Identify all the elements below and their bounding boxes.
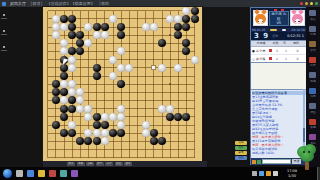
status-icon	[269, 57, 272, 60]
white-stone	[60, 80, 68, 88]
white-stone	[84, 129, 92, 137]
white-stone	[174, 15, 182, 23]
quick-chip[interactable]: 快捷	[235, 141, 247, 145]
white-stone	[117, 113, 125, 121]
taskbar-app-icon[interactable]	[49, 170, 56, 177]
商城-icon[interactable]	[309, 72, 316, 78]
quick-chip[interactable]: 设置	[235, 156, 247, 160]
menu-item-lobby[interactable]: 对局大厅	[10, 0, 26, 7]
black-stone	[76, 47, 84, 55]
black-stone	[182, 113, 190, 121]
strip-icon-label: 好友	[306, 63, 320, 67]
white-player-avatar[interactable]	[290, 10, 305, 26]
taskbar-app-icon[interactable]	[60, 170, 67, 177]
black-stone	[52, 121, 60, 129]
black-stone	[150, 137, 158, 145]
black-stone	[52, 80, 60, 88]
menu-item-kifu[interactable]: │棋谱│	[30, 0, 43, 7]
match-info-box: 龙小虎 九段 VS 弈小狐 九段	[269, 11, 289, 26]
white-stone	[101, 129, 109, 137]
black-stone	[182, 15, 190, 23]
board-button-认输[interactable]: 认输	[86, 162, 94, 166]
white-stone	[52, 23, 60, 31]
menu-bar: 对局大厅 │棋谱│ 【在线对弈】【棋盘设置】 │帮助	[0, 0, 320, 7]
desktop-icon[interactable]	[3, 14, 5, 16]
move-info-table: 对局者手数目用时 ● 龙小虎310○ 弈小狐210	[251, 40, 306, 63]
white-stone	[68, 56, 76, 64]
black-stone	[174, 23, 182, 31]
star-point	[169, 83, 171, 85]
black-stone	[109, 129, 117, 137]
emoticon-button[interactable]	[252, 160, 256, 164]
black-stone	[60, 15, 68, 23]
black-stone	[93, 121, 101, 129]
black-stone	[182, 23, 190, 31]
window-controls[interactable]	[300, 2, 318, 5]
fox-eye-icon	[262, 21, 263, 22]
black-stone	[166, 113, 174, 121]
mouse-cursor-icon	[62, 58, 68, 66]
fox-face-icon	[255, 14, 266, 25]
white-stone	[68, 64, 76, 72]
taskbar-app-icon[interactable]	[27, 170, 34, 177]
设置-icon[interactable]	[309, 103, 316, 109]
go-board[interactable]	[43, 7, 202, 161]
countdown-label: 读秒	[272, 34, 278, 38]
table-body: ● 龙小虎310○ 弈小狐210	[251, 47, 306, 63]
window-dot-icon[interactable]	[305, 2, 308, 5]
strip-icon-label: 首页	[306, 17, 320, 21]
black-stone	[117, 23, 125, 31]
status-icon	[269, 49, 272, 52]
star-point	[169, 34, 171, 36]
voice-button[interactable]	[257, 160, 261, 164]
board-button-设置[interactable]: 设置	[115, 162, 123, 166]
white-stone	[142, 23, 150, 31]
white-stone	[84, 105, 92, 113]
black-stone	[76, 137, 84, 145]
table-cell: 0	[291, 49, 305, 53]
strip-icon-label: 客服	[306, 125, 320, 129]
客服-icon[interactable]	[309, 119, 316, 125]
black-stone	[117, 80, 125, 88]
white-stone	[52, 15, 60, 23]
strip-icon-label: 设置	[306, 110, 320, 114]
black-stone	[68, 23, 76, 31]
desktop-icon[interactable]	[3, 30, 5, 32]
black-stone	[60, 129, 68, 137]
black-stone	[93, 72, 101, 80]
table-col-header: 手数	[271, 41, 280, 46]
fox-eye-icon	[295, 21, 296, 22]
grid-line-v	[129, 11, 130, 158]
window-dot-icon[interactable]	[300, 2, 303, 5]
grid-line-v	[186, 11, 187, 158]
grid-line-v	[162, 11, 163, 158]
black-stone	[93, 23, 101, 31]
black-stone	[60, 105, 68, 113]
black-stone	[182, 47, 190, 55]
black-stone	[76, 39, 84, 47]
clock-date: 1/30	[281, 174, 303, 179]
black-stone	[101, 23, 109, 31]
grid-line-h	[48, 157, 195, 158]
fox-eye-icon	[298, 21, 299, 22]
black-stone	[191, 7, 199, 15]
white-stone	[68, 121, 76, 129]
table-cell: 1	[282, 57, 291, 61]
desktop-icon[interactable]	[3, 46, 5, 48]
white-stone	[142, 121, 150, 129]
消息-icon[interactable]	[309, 88, 316, 94]
tray-icon[interactable]	[273, 171, 278, 176]
white-stone	[60, 23, 68, 31]
table-cell: 2	[273, 57, 282, 61]
black-stone	[68, 96, 76, 104]
black-stone	[93, 137, 101, 145]
white-stone	[191, 56, 199, 64]
black-player-avatar[interactable]	[253, 10, 268, 26]
black-stone	[158, 137, 166, 145]
black-stone	[150, 129, 158, 137]
countdown-row: 3 9 读秒 0:12:31 1	[251, 32, 306, 40]
black-stone	[52, 96, 60, 104]
player-name-cell: ○ 弈小狐	[251, 57, 269, 61]
desktop-icon-label	[1, 34, 7, 35]
white-stone	[60, 39, 68, 47]
tray-icon[interactable]	[252, 171, 257, 176]
white-stone	[76, 105, 84, 113]
退出-icon[interactable]	[309, 134, 316, 140]
strip-icon-label: 消息	[306, 94, 320, 98]
white-stone	[150, 23, 158, 31]
players-header: 龙小虎 九段 VS 弈小狐 九段	[251, 8, 306, 28]
table-col-header: 用时	[289, 41, 303, 46]
quick-chip[interactable]: 语音	[235, 146, 247, 150]
white-stone	[158, 105, 166, 113]
black-stone	[76, 31, 84, 39]
desktop-icon-label	[1, 18, 7, 19]
byoyomi-pill-icon	[270, 29, 277, 32]
grid-line-v	[194, 11, 195, 158]
white-stone	[84, 39, 92, 47]
black-stone	[158, 39, 166, 47]
taskbar: 17:09 1/30	[0, 167, 320, 180]
棋谱-icon[interactable]	[309, 41, 316, 47]
last-move-marker	[152, 66, 156, 70]
首页-icon[interactable]	[309, 10, 316, 16]
black-stone	[52, 88, 60, 96]
black-stone	[117, 129, 125, 137]
black-stone	[117, 31, 125, 39]
black-stone	[84, 137, 92, 145]
black-stone	[68, 31, 76, 39]
white-stone	[182, 7, 190, 15]
taskbar-app-icon[interactable]	[38, 170, 45, 177]
countdown-seconds: 3 9	[254, 32, 269, 40]
black-stone	[60, 88, 68, 96]
white-stone	[84, 113, 92, 121]
white-stone	[109, 72, 117, 80]
white-stone	[68, 80, 76, 88]
black-stone	[68, 15, 76, 23]
black-stone	[93, 64, 101, 72]
grid-line-h	[48, 141, 195, 142]
white-stone	[84, 23, 92, 31]
taskbar-app-icon[interactable]	[71, 170, 78, 177]
black-stone	[68, 129, 76, 137]
board-button-保存[interactable]: 保存	[105, 162, 113, 166]
tree-mascot-icon	[295, 142, 319, 172]
quick-chip[interactable]: 表情	[235, 151, 247, 155]
screen: 对局大厅 │棋谱│ 【在线对弈】【棋盘设置】 │帮助 数子悔棋认输暂停保存设置退…	[0, 0, 320, 180]
menu-item-help[interactable]: │帮助	[99, 0, 109, 7]
white-stone	[117, 121, 125, 129]
white-stone	[109, 56, 117, 64]
table-col-header: 目	[280, 41, 289, 46]
white-stone	[93, 31, 101, 39]
white-stone	[52, 31, 60, 39]
white-stone	[117, 64, 125, 72]
white-stone	[142, 129, 150, 137]
white-stone	[117, 105, 125, 113]
table-cell: 0	[291, 57, 305, 61]
white-stone	[109, 15, 117, 23]
table-col-header: 对局者	[251, 41, 271, 46]
white-stone	[166, 15, 174, 23]
white-stone	[101, 137, 109, 145]
black-player-name: 龙小虎 九段	[270, 12, 288, 21]
white-stone	[76, 88, 84, 96]
board-button-数子[interactable]: 数子	[67, 162, 75, 166]
white-stone	[93, 129, 101, 137]
white-stone	[117, 47, 125, 55]
white-stone	[60, 47, 68, 55]
white-stone	[125, 64, 133, 72]
total-time: 0:12:31 1	[287, 34, 304, 38]
white-stone	[68, 88, 76, 96]
game-record-area[interactable]	[251, 62, 306, 90]
menu-item-play[interactable]: 【在线对弈】【棋盘设置】	[47, 0, 95, 7]
tray-icon[interactable]	[266, 171, 271, 176]
white-stone	[158, 64, 166, 72]
tray-icon[interactable]	[259, 171, 264, 176]
byoyomi-pill-icon	[282, 29, 286, 32]
board-button-悔棋[interactable]: 悔棋	[77, 162, 85, 166]
black-stone	[191, 15, 199, 23]
grid-line-v	[137, 11, 138, 158]
strip-icon-label: 棋谱	[306, 48, 320, 52]
grid-line-h	[48, 149, 195, 150]
chat-input[interactable]	[262, 159, 291, 164]
window-dot-icon[interactable]	[310, 2, 313, 5]
white-stone	[166, 105, 174, 113]
table-cell: 3	[273, 49, 282, 53]
player-name-cell: ● 龙小虎	[251, 49, 269, 53]
black-stone	[68, 105, 76, 113]
fox-face-icon	[292, 14, 303, 25]
white-stone	[101, 31, 109, 39]
black-stone	[93, 113, 101, 121]
desktop-icon-label	[1, 50, 7, 51]
window-dot-icon[interactable]	[315, 2, 318, 5]
strip-icon-label: 对局	[306, 32, 320, 36]
white-stone	[174, 64, 182, 72]
star-point	[169, 132, 171, 134]
white-stone	[109, 113, 117, 121]
white-stone	[76, 96, 84, 104]
strip-icon-label: 商城	[306, 79, 320, 83]
taskbar-app-icon[interactable]	[16, 170, 23, 177]
black-stone	[101, 121, 109, 129]
board-button-退出[interactable]: 退出	[124, 162, 132, 166]
black-stone	[182, 39, 190, 47]
black-stone	[60, 113, 68, 121]
black-stone	[68, 47, 76, 55]
table-cell: 1	[282, 49, 291, 53]
table-row[interactable]: ● 龙小虎310	[251, 47, 306, 55]
white-stone	[101, 113, 109, 121]
chat-scrollbar-thumb[interactable]	[303, 128, 305, 142]
好友-icon[interactable]	[309, 57, 316, 63]
board-button-暂停[interactable]: 暂停	[96, 162, 104, 166]
对局-icon[interactable]	[309, 26, 316, 32]
start-button[interactable]	[3, 169, 12, 178]
app-icon	[2, 2, 6, 6]
fox-eye-icon	[258, 21, 259, 22]
black-stone	[174, 113, 182, 121]
white-stone	[60, 96, 68, 104]
black-stone	[174, 31, 182, 39]
black-stone	[60, 72, 68, 80]
